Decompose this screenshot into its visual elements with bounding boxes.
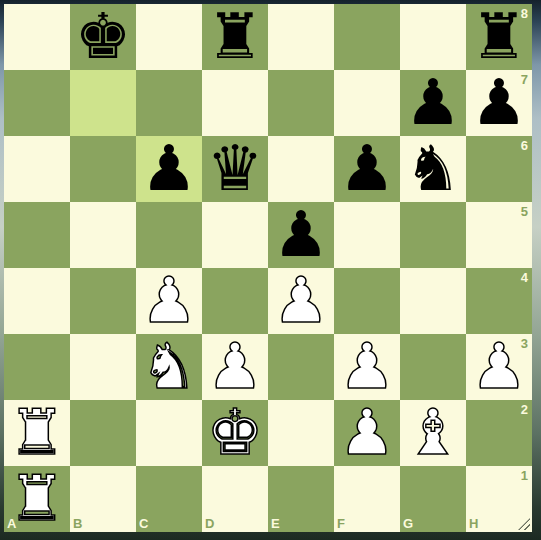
square-a1[interactable]: ♜A xyxy=(4,466,70,532)
square-b5[interactable] xyxy=(70,202,136,268)
rank-label-1: 1 xyxy=(521,468,528,483)
file-label-h: H xyxy=(469,516,478,531)
piece-black-rook[interactable]: ♜ xyxy=(471,5,527,68)
square-e3[interactable] xyxy=(268,334,334,400)
piece-white-king[interactable]: ♚ xyxy=(207,401,263,464)
square-c3[interactable]: ♞ xyxy=(136,334,202,400)
square-f6[interactable]: ♟ xyxy=(334,136,400,202)
piece-white-pawn[interactable]: ♟ xyxy=(339,401,395,464)
square-e7[interactable] xyxy=(268,70,334,136)
square-a6[interactable] xyxy=(4,136,70,202)
square-d1[interactable]: D xyxy=(202,466,268,532)
square-e8[interactable] xyxy=(268,4,334,70)
piece-black-pawn[interactable]: ♟ xyxy=(471,71,527,134)
square-c5[interactable] xyxy=(136,202,202,268)
piece-white-pawn[interactable]: ♟ xyxy=(471,335,527,398)
square-b7[interactable] xyxy=(70,70,136,136)
square-e4[interactable]: ♟ xyxy=(268,268,334,334)
square-f2[interactable]: ♟ xyxy=(334,400,400,466)
square-c2[interactable] xyxy=(136,400,202,466)
piece-black-queen[interactable]: ♛ xyxy=(207,137,263,200)
resize-handle[interactable] xyxy=(517,517,532,532)
file-label-g: G xyxy=(403,516,413,531)
square-a5[interactable] xyxy=(4,202,70,268)
square-g1[interactable]: G xyxy=(400,466,466,532)
piece-white-rook[interactable]: ♜ xyxy=(9,401,65,464)
piece-white-knight[interactable]: ♞ xyxy=(141,335,197,398)
resize-grip-icon xyxy=(518,518,530,530)
piece-white-pawn[interactable]: ♟ xyxy=(339,335,395,398)
file-label-b: B xyxy=(73,516,82,531)
square-g2[interactable]: ♝ xyxy=(400,400,466,466)
square-f4[interactable] xyxy=(334,268,400,334)
square-a3[interactable] xyxy=(4,334,70,400)
rank-label-7: 7 xyxy=(521,72,528,87)
square-c1[interactable]: C xyxy=(136,466,202,532)
rank-label-2: 2 xyxy=(521,402,528,417)
file-label-c: C xyxy=(139,516,148,531)
piece-white-pawn[interactable]: ♟ xyxy=(273,269,329,332)
piece-black-pawn[interactable]: ♟ xyxy=(141,137,197,200)
square-e1[interactable]: E xyxy=(268,466,334,532)
file-label-e: E xyxy=(271,516,280,531)
piece-black-pawn[interactable]: ♟ xyxy=(339,137,395,200)
square-g7[interactable]: ♟ xyxy=(400,70,466,136)
piece-white-pawn[interactable]: ♟ xyxy=(141,269,197,332)
file-label-f: F xyxy=(337,516,345,531)
square-e6[interactable] xyxy=(268,136,334,202)
rank-label-3: 3 xyxy=(521,336,528,351)
square-h8[interactable]: ♜8 xyxy=(466,4,532,70)
rank-label-8: 8 xyxy=(521,6,528,21)
square-h3[interactable]: ♟3 xyxy=(466,334,532,400)
square-c7[interactable] xyxy=(136,70,202,136)
square-d4[interactable] xyxy=(202,268,268,334)
piece-white-bishop[interactable]: ♝ xyxy=(405,401,461,464)
square-h2[interactable]: 2 xyxy=(466,400,532,466)
file-label-a: A xyxy=(7,516,16,531)
square-h5[interactable]: 5 xyxy=(466,202,532,268)
square-b1[interactable]: B xyxy=(70,466,136,532)
square-b8[interactable]: ♚ xyxy=(70,4,136,70)
piece-black-rook[interactable]: ♜ xyxy=(207,5,263,68)
square-d8[interactable]: ♜ xyxy=(202,4,268,70)
square-c8[interactable] xyxy=(136,4,202,70)
piece-black-pawn[interactable]: ♟ xyxy=(405,71,461,134)
square-f7[interactable] xyxy=(334,70,400,136)
rank-label-5: 5 xyxy=(521,204,528,219)
page-background: ♚♜♜8♟♟7♟♛♟♞6♟5♟♟4♞♟♟♟3♜♚♟♝2♜ABCDEFGH1 xyxy=(0,0,541,540)
square-g6[interactable]: ♞ xyxy=(400,136,466,202)
square-d3[interactable]: ♟ xyxy=(202,334,268,400)
square-f5[interactable] xyxy=(334,202,400,268)
square-h4[interactable]: 4 xyxy=(466,268,532,334)
square-a8[interactable] xyxy=(4,4,70,70)
square-g3[interactable] xyxy=(400,334,466,400)
piece-white-pawn[interactable]: ♟ xyxy=(207,335,263,398)
square-h7[interactable]: ♟7 xyxy=(466,70,532,136)
square-d2[interactable]: ♚ xyxy=(202,400,268,466)
square-b3[interactable] xyxy=(70,334,136,400)
square-f3[interactable]: ♟ xyxy=(334,334,400,400)
square-b2[interactable] xyxy=(70,400,136,466)
square-c6[interactable]: ♟ xyxy=(136,136,202,202)
piece-black-pawn[interactable]: ♟ xyxy=(273,203,329,266)
square-a4[interactable] xyxy=(4,268,70,334)
piece-white-rook[interactable]: ♜ xyxy=(9,467,65,530)
square-g8[interactable] xyxy=(400,4,466,70)
square-a7[interactable] xyxy=(4,70,70,136)
chess-board: ♚♜♜8♟♟7♟♛♟♞6♟5♟♟4♞♟♟♟3♜♚♟♝2♜ABCDEFGH1 xyxy=(4,4,532,532)
square-e2[interactable] xyxy=(268,400,334,466)
file-label-d: D xyxy=(205,516,214,531)
square-b6[interactable] xyxy=(70,136,136,202)
square-g5[interactable] xyxy=(400,202,466,268)
square-f8[interactable] xyxy=(334,4,400,70)
square-h6[interactable]: 6 xyxy=(466,136,532,202)
square-d6[interactable]: ♛ xyxy=(202,136,268,202)
square-c4[interactable]: ♟ xyxy=(136,268,202,334)
square-a2[interactable]: ♜ xyxy=(4,400,70,466)
square-d5[interactable] xyxy=(202,202,268,268)
square-b4[interactable] xyxy=(70,268,136,334)
square-g4[interactable] xyxy=(400,268,466,334)
rank-label-6: 6 xyxy=(521,138,528,153)
square-d7[interactable] xyxy=(202,70,268,136)
square-e5[interactable]: ♟ xyxy=(268,202,334,268)
rank-label-4: 4 xyxy=(521,270,528,285)
piece-black-king[interactable]: ♚ xyxy=(75,5,131,68)
square-f1[interactable]: F xyxy=(334,466,400,532)
piece-black-knight[interactable]: ♞ xyxy=(405,137,461,200)
